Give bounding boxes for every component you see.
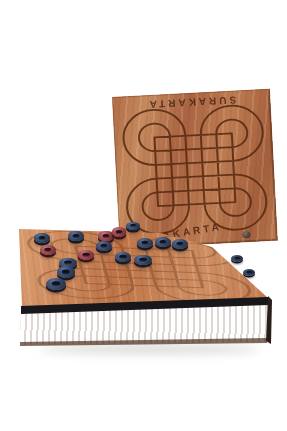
ring-hole — [234, 256, 240, 259]
ring-hole — [52, 281, 61, 286]
ring-hole — [44, 247, 52, 251]
ring-piece-red[interactable] — [112, 227, 127, 236]
ring-piece-blue[interactable] — [172, 239, 188, 249]
ring-piece-blue[interactable] — [57, 266, 75, 277]
ring-piece-red[interactable] — [40, 245, 56, 255]
ring-hole — [116, 230, 123, 234]
surakarta-pattern-engraving — [119, 101, 272, 242]
ring-hole — [246, 270, 252, 273]
ring-hole — [82, 252, 90, 257]
ring-hole — [176, 241, 183, 245]
ring-piece-blue[interactable] — [46, 278, 65, 290]
ring-hole — [119, 254, 127, 259]
ring-hole — [159, 239, 166, 243]
ring-hole — [103, 234, 110, 238]
ring-hole — [64, 260, 72, 265]
ring-piece-blue[interactable] — [96, 241, 112, 251]
ring-piece-blue[interactable] — [34, 233, 49, 242]
ring-hole — [62, 269, 70, 274]
ring-hole — [73, 234, 80, 238]
surakarta-product-photo: SURAKARTA SURAKARTA — [0, 0, 287, 431]
ring-hole — [141, 240, 148, 244]
ring-piece-blue[interactable] — [137, 238, 153, 248]
loose-ring-piece-blue[interactable] — [231, 255, 243, 262]
ring-hole — [38, 236, 45, 240]
ground-shadow — [40, 344, 260, 354]
loose-ring-piece-blue[interactable] — [243, 269, 255, 276]
ring-piece-blue[interactable] — [134, 255, 151, 266]
ring-hole — [100, 243, 107, 247]
ring-piece-blue[interactable] — [68, 231, 83, 240]
ring-piece-blue[interactable] — [155, 237, 171, 247]
ring-hole — [130, 224, 137, 228]
ring-hole — [139, 257, 147, 262]
